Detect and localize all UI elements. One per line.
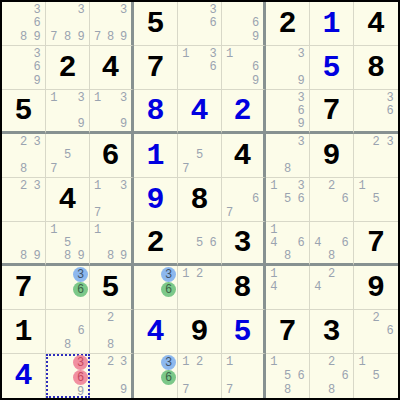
given-digit: 6: [90, 134, 131, 177]
cell-r5c6[interactable]: 67: [222, 178, 266, 222]
candidate-pos-6: 6: [30, 61, 44, 75]
cell-r9c5[interactable]: 127: [178, 354, 222, 398]
candidate-pos-1: [3, 3, 17, 17]
candidate-grid: 169: [223, 47, 262, 88]
candidate-pos-1: [223, 3, 236, 17]
candidate-1: 1: [267, 356, 280, 369]
candidate-9: 9: [249, 75, 262, 88]
candidate-pos-9: [338, 206, 352, 220]
candidate-pos-5: [369, 104, 383, 117]
candidate-pos-2: 2: [193, 355, 207, 369]
candidate-1: 1: [267, 267, 280, 280]
candidate-2: 2: [325, 356, 338, 369]
candidate-pos-4: [355, 325, 369, 339]
cell-r7c5[interactable]: 12: [178, 266, 222, 310]
candidate-2: 2: [325, 179, 338, 192]
candidate-pos-4: [91, 104, 104, 117]
cell-r8c4[interactable]: 4: [134, 310, 178, 354]
cell-r4c2[interactable]: 57: [46, 134, 90, 178]
candidate-pos-4: [47, 282, 60, 297]
candidate-pos-3: 3: [30, 3, 44, 17]
cell-r7c8[interactable]: 24: [310, 266, 354, 310]
candidate-2: 2: [370, 135, 383, 148]
cell-r3c5[interactable]: 4: [178, 90, 222, 134]
cell-r6c6[interactable]: 3: [222, 222, 266, 266]
candidate-2: 2: [104, 356, 117, 369]
cell-r4c4[interactable]: 1: [134, 134, 178, 178]
candidate-grid: 127: [179, 355, 220, 397]
candidate-pos-4: [135, 282, 148, 297]
candidate-pos-7: [267, 294, 281, 308]
candidate-pos-2: [369, 91, 383, 104]
candidate-pos-9: [383, 383, 397, 397]
candidate-pos-1: 1: [91, 223, 104, 236]
given-digit: 4: [90, 46, 131, 89]
candidate-pos-3: 3: [383, 135, 397, 149]
candidate-7: 7: [47, 31, 60, 44]
candidate-pos-9: 9: [249, 30, 262, 44]
candidate-pos-4: [91, 17, 104, 31]
cell-r1c5[interactable]: 36: [178, 2, 222, 46]
candidate-pos-1: [179, 3, 193, 17]
candidate-pos-3: 3: [294, 135, 308, 149]
candidate-6: 6: [295, 193, 308, 206]
candidate-pos-3: 3: [161, 267, 176, 282]
candidate-pos-5: [104, 369, 117, 383]
candidate-pos-4: [47, 104, 61, 117]
cell-r2c4[interactable]: 7: [134, 46, 178, 90]
candidate-pos-6: 6: [338, 236, 352, 249]
candidate-grid: 67: [223, 179, 262, 220]
candidate-pos-2: [281, 223, 295, 236]
cell-r7c2[interactable]: 36: [46, 266, 90, 310]
cell-r2c2[interactable]: 2: [46, 46, 90, 90]
candidate-pos-4: [47, 17, 61, 31]
candidate-9: 9: [31, 31, 44, 44]
solved-digit: 2: [222, 90, 263, 131]
candidate-pos-8: [281, 206, 295, 220]
given-digit: 9: [354, 266, 398, 309]
candidate-1: 1: [223, 47, 236, 60]
candidate-6: 6: [295, 236, 308, 249]
candidate-pos-1: [355, 135, 369, 149]
cell-r1c9[interactable]: 4: [354, 2, 398, 46]
candidate-3: 3: [295, 91, 308, 104]
candidate-pos-1: [47, 311, 61, 325]
candidate-grid: 139: [91, 91, 130, 130]
cell-r8c5[interactable]: 9: [178, 310, 222, 354]
cell-r1c4[interactable]: 5: [134, 2, 178, 46]
candidate-pos-1: 1: [267, 267, 281, 281]
candidate-2: 2: [193, 267, 206, 280]
candidate-pos-2: [236, 47, 249, 61]
candidate-pos-1: [47, 267, 60, 282]
cell-r7c7[interactable]: 14: [266, 266, 310, 310]
candidate-pos-8: 8: [104, 338, 117, 352]
candidate-pos-2: [281, 267, 295, 281]
candidate-pos-2: 2: [369, 311, 383, 325]
cell-r4c8[interactable]: 9: [310, 134, 354, 178]
candidate-pos-9: 9: [30, 74, 44, 88]
given-digit: 2: [46, 46, 89, 89]
candidate-9: 9: [295, 117, 308, 130]
candidate-3: 3: [75, 3, 88, 16]
candidate-7: 7: [179, 163, 192, 176]
cell-r9c6[interactable]: 17: [222, 354, 266, 398]
candidate-pos-9: 9: [73, 385, 88, 398]
candidate-pos-7: [179, 294, 193, 308]
candidate-pos-4: [3, 236, 17, 249]
candidate-grid: 1356: [267, 179, 308, 220]
candidate-pos-1: [267, 91, 281, 104]
candidate-grid: 38: [267, 135, 308, 176]
cell-r8c2[interactable]: 68: [46, 310, 90, 354]
candidate-grid: 468: [311, 223, 352, 262]
candidate-pos-3: [206, 223, 220, 236]
candidate-pos-9: [206, 162, 220, 176]
cell-r1c6[interactable]: 69: [222, 2, 266, 46]
cell-r1c8[interactable]: 1: [310, 2, 354, 46]
cell-r3c1[interactable]: 5: [2, 90, 46, 134]
cell-r4c1[interactable]: 238: [2, 134, 46, 178]
cell-r9c8[interactable]: 268: [310, 354, 354, 398]
cell-r1c7[interactable]: 2: [266, 2, 310, 46]
cell-r4c9[interactable]: 23: [354, 134, 398, 178]
candidate-pos-1: 1: [91, 179, 104, 193]
candidate-7: 7: [91, 207, 104, 220]
candidate-pos-3: 3: [30, 179, 44, 193]
cell-r2c6[interactable]: 169: [222, 46, 266, 90]
candidate-grid: 136: [179, 47, 220, 88]
cell-r7c9[interactable]: 9: [354, 266, 398, 310]
candidate-pos-1: [135, 355, 148, 370]
candidate-pos-5: [61, 17, 75, 31]
candidate-pos-7: [311, 383, 325, 397]
candidate-pos-4: 4: [267, 281, 281, 295]
candidate-pos-1: 1: [179, 355, 193, 369]
candidate-pos-7: [355, 117, 369, 130]
candidate-2: 2: [325, 267, 338, 280]
candidate-3: 3: [31, 47, 44, 60]
candidate-5: 5: [370, 370, 383, 383]
candidate-pos-6: [74, 17, 88, 31]
candidate-7: 7: [91, 31, 104, 44]
cell-r3c3[interactable]: 139: [90, 90, 134, 134]
candidate-pos-4: [355, 104, 369, 117]
candidate-pos-6: 6: [383, 104, 397, 117]
candidate-6-highlight-green: 6: [73, 282, 88, 297]
candidate-grid: 36: [47, 267, 88, 308]
candidate-pos-6: [74, 104, 88, 117]
candidate-pos-7: [47, 297, 60, 308]
candidate-8: 8: [17, 163, 30, 176]
candidate-pos-3: [294, 355, 308, 369]
cell-r2c7[interactable]: 39: [266, 46, 310, 90]
cell-r8c8[interactable]: 3: [310, 310, 354, 354]
candidate-pos-5: [193, 61, 207, 75]
solved-digit: 8: [134, 90, 177, 131]
candidate-6-highlight-green: 6: [161, 370, 176, 385]
cell-r7c6[interactable]: 8: [222, 266, 266, 310]
cell-r6c9[interactable]: 7: [354, 222, 398, 266]
candidate-pos-5: [104, 104, 117, 117]
cell-r9c9[interactable]: 15: [354, 354, 398, 398]
cell-r1c3[interactable]: 3789: [90, 2, 134, 46]
cell-r5c2[interactable]: 4: [46, 178, 90, 222]
candidate-pos-5: [61, 325, 75, 339]
cell-r2c8[interactable]: 5: [310, 46, 354, 90]
candidate-pos-6: [30, 236, 44, 249]
candidate-pos-3: [249, 179, 262, 193]
cell-r2c9[interactable]: 8: [354, 46, 398, 90]
candidate-grid: 57: [179, 135, 220, 176]
candidate-pos-8: [148, 385, 161, 397]
candidate-3: 3: [295, 135, 308, 148]
candidate-pos-9: 9: [249, 74, 262, 88]
candidate-pos-8: [61, 117, 75, 130]
candidate-pos-5: [60, 370, 73, 385]
candidate-grid: 1589: [47, 223, 88, 262]
candidate-grid: 36: [135, 355, 176, 397]
given-digit: 8: [222, 266, 263, 309]
cell-r8c9[interactable]: 26: [354, 310, 398, 354]
cell-r5c7[interactable]: 1356: [266, 178, 310, 222]
candidate-pos-8: [148, 297, 161, 308]
candidate-5: 5: [193, 236, 206, 249]
candidate-pos-9: 9: [30, 30, 44, 44]
candidate-pos-6: [117, 236, 130, 249]
cell-r4c3[interactable]: 6: [90, 134, 134, 178]
candidate-pos-8: [369, 162, 383, 176]
candidate-pos-5: [193, 281, 207, 295]
cell-r3c6[interactable]: 2: [222, 90, 266, 134]
candidate-pos-4: [47, 325, 61, 339]
candidate-3: 3: [295, 179, 308, 192]
candidate-pos-1: [91, 355, 104, 369]
candidate-pos-4: [179, 149, 193, 163]
candidate-pos-6: [117, 104, 130, 117]
candidate-pos-1: 1: [47, 223, 61, 236]
candidate-grid: 369: [3, 47, 44, 88]
candidate-pos-5: [61, 104, 75, 117]
cell-r7c4[interactable]: 36: [134, 266, 178, 310]
candidate-pos-3: [206, 267, 220, 281]
candidate-pos-1: [355, 311, 369, 325]
cell-r9c3[interactable]: 239: [90, 354, 134, 398]
candidate-pos-9: [383, 338, 397, 352]
candidate-9: 9: [295, 75, 308, 88]
cell-r4c6[interactable]: 4: [222, 134, 266, 178]
cell-r6c4[interactable]: 2: [134, 222, 178, 266]
cell-r9c1[interactable]: 4: [2, 354, 46, 398]
candidate-pos-1: 1: [355, 179, 369, 193]
candidate-pos-9: [206, 74, 220, 88]
cell-r9c7[interactable]: 1568: [266, 354, 310, 398]
candidate-pos-4: [311, 193, 325, 207]
candidate-pos-1: 1: [91, 91, 104, 104]
candidate-pos-7: [3, 206, 17, 220]
candidate-pos-5: [325, 193, 339, 207]
candidate-3: 3: [117, 91, 130, 104]
candidate-pos-4: 4: [311, 281, 325, 295]
cell-r3c4[interactable]: 8: [134, 90, 178, 134]
cell-r9c4[interactable]: 36: [134, 354, 178, 398]
candidate-1: 1: [267, 179, 280, 192]
cell-r8c3[interactable]: 28: [90, 310, 134, 354]
candidate-pos-2: 2: [193, 267, 207, 281]
candidate-pos-5: [17, 236, 31, 249]
given-digit: 8: [354, 46, 398, 89]
candidate-pos-9: 9: [74, 30, 88, 44]
cell-r6c1[interactable]: 89: [2, 222, 46, 266]
candidate-pos-7: 7: [47, 30, 61, 44]
candidate-2: 2: [370, 311, 383, 324]
cell-r2c3[interactable]: 4: [90, 46, 134, 90]
cell-r3c9[interactable]: 36: [354, 90, 398, 134]
cell-r5c4[interactable]: 9: [134, 178, 178, 222]
candidate-grid: 24: [311, 267, 352, 308]
candidate-pos-6: 6: [249, 17, 262, 31]
candidate-pos-4: [267, 193, 281, 207]
candidate-8: 8: [281, 384, 294, 397]
candidate-pos-4: [355, 149, 369, 163]
candidate-pos-6: [74, 149, 88, 163]
candidate-pos-7: [91, 383, 104, 397]
candidate-9: 9: [75, 31, 88, 44]
cell-r2c1[interactable]: 369: [2, 46, 46, 90]
cell-r8c7[interactable]: 7: [266, 310, 310, 354]
candidate-1: 1: [179, 267, 192, 280]
candidate-pos-9: 9: [294, 117, 308, 130]
given-digit: 3: [222, 222, 263, 263]
candidate-pos-2: [193, 47, 207, 61]
candidate-pos-2: [281, 135, 295, 149]
candidate-grid: 1468: [267, 223, 308, 262]
cell-r9c2-selected[interactable]: 369: [46, 354, 90, 398]
candidate-pos-3: 3: [73, 267, 88, 282]
cell-r3c7[interactable]: 369: [266, 90, 310, 134]
candidate-pos-5: [281, 61, 295, 75]
cell-r5c5[interactable]: 8: [178, 178, 222, 222]
candidate-pos-3: [206, 355, 220, 369]
candidate-pos-9: [74, 162, 88, 176]
cell-r7c3[interactable]: 5: [90, 266, 134, 310]
candidate-pos-7: [179, 249, 193, 262]
candidate-3: 3: [31, 179, 44, 192]
candidate-6: 6: [249, 17, 262, 30]
cell-r8c6[interactable]: 5: [222, 310, 266, 354]
cell-r1c2[interactable]: 3789: [46, 2, 90, 46]
cell-r8c1[interactable]: 1: [2, 310, 46, 354]
given-digit: 4: [46, 178, 89, 221]
candidate-grid: 26: [311, 179, 352, 220]
cell-r3c2[interactable]: 139: [46, 90, 90, 134]
candidate-1: 1: [47, 223, 60, 236]
candidate-pos-2: [61, 91, 75, 104]
candidate-pos-7: [311, 249, 325, 262]
candidate-pos-8: [104, 117, 117, 130]
candidate-2: 2: [17, 135, 30, 148]
candidate-4: 4: [267, 281, 280, 294]
candidate-pos-2: [148, 267, 161, 282]
candidate-pos-2: [369, 355, 383, 369]
candidate-pos-8: 8: [104, 249, 117, 262]
cell-r7c1[interactable]: 7: [2, 266, 46, 310]
candidate-pos-9: [294, 249, 308, 262]
candidate-pos-7: [267, 249, 281, 262]
candidate-pos-4: [47, 370, 60, 385]
candidate-pos-7: [267, 383, 281, 397]
candidate-pos-2: 2: [17, 135, 31, 149]
candidate-pos-9: [206, 249, 220, 262]
candidate-pos-3: 3: [74, 91, 88, 104]
candidate-pos-5: [193, 17, 207, 31]
candidate-pos-7: 7: [223, 206, 236, 220]
candidate-pos-9: 9: [117, 117, 130, 130]
cell-r6c3[interactable]: 189: [90, 222, 134, 266]
candidate-pos-4: [179, 281, 193, 295]
candidate-pos-7: [3, 30, 17, 44]
candidate-pos-2: [193, 135, 207, 149]
candidate-pos-1: 1: [355, 355, 369, 369]
cell-r1c1[interactable]: 3689: [2, 2, 46, 46]
candidate-grid: 28: [91, 311, 130, 352]
cell-r4c5[interactable]: 57: [178, 134, 222, 178]
cell-r5c3[interactable]: 137: [90, 178, 134, 222]
candidate-pos-8: 8: [61, 249, 75, 262]
cell-r6c7[interactable]: 1468: [266, 222, 310, 266]
candidate-pos-2: [61, 223, 75, 236]
candidate-pos-4: [355, 369, 369, 383]
candidate-pos-2: 2: [104, 355, 117, 369]
cell-r5c9[interactable]: 15: [354, 178, 398, 222]
cell-r4c7[interactable]: 38: [266, 134, 310, 178]
candidate-pos-3: [383, 311, 397, 325]
candidate-1: 1: [179, 47, 192, 60]
candidate-pos-9: 9: [117, 383, 130, 397]
cell-r2c5[interactable]: 136: [178, 46, 222, 90]
candidate-6: 6: [207, 236, 220, 249]
cell-r5c8[interactable]: 26: [310, 178, 354, 222]
candidate-pos-7: [267, 117, 281, 130]
candidate-pos-5: [281, 236, 295, 249]
candidate-pos-5: [148, 282, 161, 297]
candidate-6: 6: [339, 193, 352, 206]
candidate-pos-2: [104, 91, 117, 104]
cell-r6c5[interactable]: 56: [178, 222, 222, 266]
cell-r3c8[interactable]: 7: [310, 90, 354, 134]
candidate-pos-6: 6: [294, 369, 308, 383]
candidate-pos-1: [47, 135, 61, 149]
candidate-pos-9: [294, 162, 308, 176]
candidate-3: 3: [75, 91, 88, 104]
candidate-pos-4: [179, 369, 193, 383]
candidate-pos-8: [104, 383, 117, 397]
candidate-pos-3: [74, 135, 88, 149]
candidate-pos-6: 6: [249, 61, 262, 75]
candidate-pos-3: 3: [30, 47, 44, 61]
candidate-pos-1: [311, 355, 325, 369]
candidate-pos-5: 5: [281, 193, 295, 207]
cell-r6c8[interactable]: 468: [310, 222, 354, 266]
candidate-pos-9: [161, 297, 176, 308]
candidate-pos-8: [17, 206, 31, 220]
candidate-4: 4: [311, 236, 324, 249]
cell-r5c1[interactable]: 23: [2, 178, 46, 222]
candidate-9: 9: [117, 31, 130, 44]
cell-r6c2[interactable]: 1589: [46, 222, 90, 266]
candidate-pos-4: [135, 370, 148, 385]
